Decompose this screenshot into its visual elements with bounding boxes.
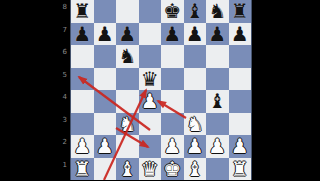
square-b2[interactable]: ♟ [94, 135, 117, 158]
square-e3[interactable] [161, 113, 184, 136]
square-h7[interactable]: ♟ [229, 23, 252, 46]
square-e2[interactable]: ♟ [161, 135, 184, 158]
rank-label-1: 1 [56, 161, 67, 169]
rank-label-2: 2 [56, 138, 67, 146]
square-d1[interactable]: ♛ [139, 158, 162, 181]
square-h6[interactable] [229, 45, 252, 68]
square-b1[interactable] [94, 158, 117, 181]
square-b8[interactable] [94, 0, 117, 23]
square-d8[interactable] [139, 0, 162, 23]
square-b6[interactable] [94, 45, 117, 68]
square-g4[interactable]: ♝ [206, 90, 229, 113]
square-c2[interactable] [116, 135, 139, 158]
square-g3[interactable] [206, 113, 229, 136]
video-frame: ♜♚♝♞♜♟♟♟♟♟♟♟♞♛♟♝♞♞♟♟♟♟♟♟♜♝♛♚♝♜ 87654321 [0, 0, 320, 180]
piece-black-pawn-b7[interactable]: ♟ [96, 23, 114, 46]
piece-white-knight-c3[interactable]: ♞ [118, 113, 136, 136]
piece-white-pawn-a2[interactable]: ♟ [73, 135, 91, 158]
piece-white-pawn-h2[interactable]: ♟ [231, 135, 249, 158]
square-a5[interactable] [71, 68, 94, 91]
square-g1[interactable] [206, 158, 229, 181]
piece-white-pawn-d4[interactable]: ♟ [141, 90, 159, 113]
piece-black-pawn-e7[interactable]: ♟ [163, 23, 181, 46]
square-f1[interactable]: ♝ [184, 158, 207, 181]
rank-label-4: 4 [56, 93, 67, 101]
square-f7[interactable]: ♟ [184, 23, 207, 46]
piece-black-pawn-c7[interactable]: ♟ [118, 23, 136, 46]
piece-white-king-e1[interactable]: ♚ [163, 158, 181, 181]
piece-black-queen-d5[interactable]: ♛ [141, 68, 159, 91]
rank-label-6: 6 [56, 48, 67, 56]
rank-label-8: 8 [56, 3, 67, 11]
square-h8[interactable]: ♜ [229, 0, 252, 23]
square-f4[interactable] [184, 90, 207, 113]
piece-black-king-e8[interactable]: ♚ [163, 0, 181, 23]
piece-white-bishop-c1[interactable]: ♝ [118, 158, 136, 181]
piece-white-rook-a1[interactable]: ♜ [73, 158, 91, 181]
piece-white-knight-f3[interactable]: ♞ [186, 113, 204, 136]
square-a1[interactable]: ♜ [71, 158, 94, 181]
square-h5[interactable] [229, 68, 252, 91]
square-d4[interactable]: ♟ [139, 90, 162, 113]
square-f3[interactable]: ♞ [184, 113, 207, 136]
square-d5[interactable]: ♛ [139, 68, 162, 91]
square-c7[interactable]: ♟ [116, 23, 139, 46]
square-e1[interactable]: ♚ [161, 158, 184, 181]
square-a4[interactable] [71, 90, 94, 113]
square-c5[interactable] [116, 68, 139, 91]
square-d2[interactable] [139, 135, 162, 158]
square-g6[interactable] [206, 45, 229, 68]
square-e6[interactable] [161, 45, 184, 68]
square-c4[interactable] [116, 90, 139, 113]
chess-board: ♜♚♝♞♜♟♟♟♟♟♟♟♞♛♟♝♞♞♟♟♟♟♟♟♜♝♛♚♝♜ [71, 0, 251, 180]
piece-white-pawn-b2[interactable]: ♟ [96, 135, 114, 158]
piece-black-bishop-f8[interactable]: ♝ [186, 0, 204, 23]
square-f2[interactable]: ♟ [184, 135, 207, 158]
square-c8[interactable] [116, 0, 139, 23]
square-a7[interactable]: ♟ [71, 23, 94, 46]
rank-label-5: 5 [56, 71, 67, 79]
piece-black-rook-a8[interactable]: ♜ [73, 0, 91, 23]
piece-black-pawn-f7[interactable]: ♟ [186, 23, 204, 46]
rank-label-3: 3 [56, 116, 67, 124]
square-a8[interactable]: ♜ [71, 0, 94, 23]
piece-white-pawn-f2[interactable]: ♟ [186, 135, 204, 158]
square-a2[interactable]: ♟ [71, 135, 94, 158]
square-b5[interactable] [94, 68, 117, 91]
square-b3[interactable] [94, 113, 117, 136]
piece-white-pawn-g2[interactable]: ♟ [208, 135, 226, 158]
piece-black-pawn-h7[interactable]: ♟ [231, 23, 249, 46]
piece-black-bishop-g4[interactable]: ♝ [208, 90, 226, 113]
piece-black-knight-c6[interactable]: ♞ [118, 45, 136, 68]
square-c6[interactable]: ♞ [116, 45, 139, 68]
square-b4[interactable] [94, 90, 117, 113]
square-h3[interactable] [229, 113, 252, 136]
square-a6[interactable] [71, 45, 94, 68]
piece-black-rook-h8[interactable]: ♜ [231, 0, 249, 23]
square-g7[interactable]: ♟ [206, 23, 229, 46]
piece-black-knight-g8[interactable]: ♞ [208, 0, 226, 23]
square-h4[interactable] [229, 90, 252, 113]
rank-label-7: 7 [56, 26, 67, 34]
square-h1[interactable]: ♜ [229, 158, 252, 181]
square-d6[interactable] [139, 45, 162, 68]
square-a3[interactable] [71, 113, 94, 136]
square-f8[interactable]: ♝ [184, 0, 207, 23]
square-g5[interactable] [206, 68, 229, 91]
square-c1[interactable]: ♝ [116, 158, 139, 181]
square-c3[interactable]: ♞ [116, 113, 139, 136]
square-e8[interactable]: ♚ [161, 0, 184, 23]
piece-white-bishop-f1[interactable]: ♝ [186, 158, 204, 181]
piece-white-pawn-e2[interactable]: ♟ [163, 135, 181, 158]
square-b7[interactable]: ♟ [94, 23, 117, 46]
square-e5[interactable] [161, 68, 184, 91]
square-h2[interactable]: ♟ [229, 135, 252, 158]
piece-white-rook-h1[interactable]: ♜ [231, 158, 249, 181]
square-g2[interactable]: ♟ [206, 135, 229, 158]
square-f6[interactable] [184, 45, 207, 68]
square-e7[interactable]: ♟ [161, 23, 184, 46]
square-f5[interactable] [184, 68, 207, 91]
square-e4[interactable] [161, 90, 184, 113]
square-g8[interactable]: ♞ [206, 0, 229, 23]
square-d3[interactable] [139, 113, 162, 136]
piece-black-pawn-a7[interactable]: ♟ [73, 23, 91, 46]
piece-black-pawn-g7[interactable]: ♟ [208, 23, 226, 46]
piece-white-queen-d1[interactable]: ♛ [141, 158, 159, 181]
square-d7[interactable] [139, 23, 162, 46]
